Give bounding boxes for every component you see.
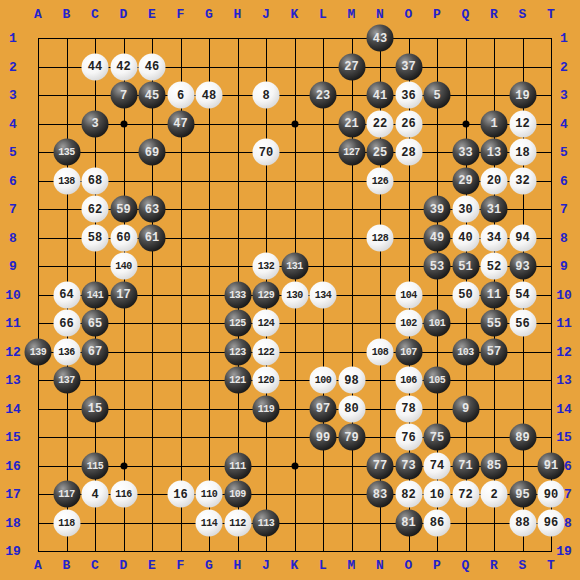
row-label-right-10: 10 [556, 288, 572, 301]
col-label-bottom-O: O [405, 559, 413, 572]
row-label-right-12: 12 [556, 345, 572, 358]
stone-black-133: 133 [224, 281, 251, 308]
stone-white-30: 30 [452, 196, 479, 223]
stone-white-118: 118 [53, 509, 80, 536]
stone-white-134: 134 [310, 281, 337, 308]
stone-black-91: 91 [538, 452, 565, 479]
row-label-right-4: 4 [560, 117, 568, 130]
row-label-right-9: 9 [560, 260, 568, 273]
col-label-top-C: C [91, 8, 99, 21]
stone-black-107: 107 [395, 338, 422, 365]
stone-white-4: 4 [82, 481, 109, 508]
stone-white-88: 88 [509, 509, 536, 536]
star-point-K4 [291, 120, 298, 127]
col-label-top-P: P [433, 8, 441, 21]
row-label-left-17: 17 [5, 488, 21, 501]
stone-white-98: 98 [338, 367, 365, 394]
stone-black-121: 121 [224, 367, 251, 394]
col-label-bottom-K: K [291, 559, 299, 572]
col-label-top-R: R [490, 8, 498, 21]
stone-white-12: 12 [509, 110, 536, 137]
stone-white-104: 104 [395, 281, 422, 308]
stone-white-34: 34 [481, 224, 508, 251]
stone-black-73: 73 [395, 452, 422, 479]
stone-black-75: 75 [424, 424, 451, 451]
stone-white-44: 44 [82, 53, 109, 80]
stone-black-71: 71 [452, 452, 479, 479]
col-label-bottom-M: M [348, 559, 356, 572]
row-label-left-3: 3 [9, 89, 17, 102]
col-label-top-L: L [319, 8, 327, 21]
stone-black-9: 9 [452, 395, 479, 422]
stone-black-61: 61 [139, 224, 166, 251]
stone-white-60: 60 [110, 224, 137, 251]
row-label-right-13: 13 [556, 374, 572, 387]
stone-white-36: 36 [395, 82, 422, 109]
stone-white-78: 78 [395, 395, 422, 422]
stone-black-55: 55 [481, 310, 508, 337]
stone-black-115: 115 [82, 452, 109, 479]
row-label-right-3: 3 [560, 89, 568, 102]
stone-black-23: 23 [310, 82, 337, 109]
stone-black-131: 131 [281, 253, 308, 280]
star-point-D4 [120, 120, 127, 127]
row-label-left-10: 10 [5, 288, 21, 301]
row-label-right-15: 15 [556, 431, 572, 444]
stone-white-48: 48 [196, 82, 223, 109]
col-label-bottom-P: P [433, 559, 441, 572]
row-label-left-5: 5 [9, 146, 17, 159]
stone-black-57: 57 [481, 338, 508, 365]
row-label-right-11: 11 [556, 317, 572, 330]
stone-black-33: 33 [452, 139, 479, 166]
stone-black-99: 99 [310, 424, 337, 451]
col-label-top-M: M [348, 8, 356, 21]
stone-black-47: 47 [167, 110, 194, 137]
stone-white-20: 20 [481, 167, 508, 194]
stone-black-49: 49 [424, 224, 451, 251]
row-label-left-2: 2 [9, 60, 17, 73]
stone-black-111: 111 [224, 452, 251, 479]
stone-white-46: 46 [139, 53, 166, 80]
col-label-bottom-R: R [490, 559, 498, 572]
stone-white-26: 26 [395, 110, 422, 137]
stone-white-82: 82 [395, 481, 422, 508]
grid-line-horizontal [38, 380, 552, 381]
stone-black-137: 137 [53, 367, 80, 394]
row-label-left-7: 7 [9, 203, 17, 216]
stone-white-116: 116 [110, 481, 137, 508]
stone-white-16: 16 [167, 481, 194, 508]
col-label-top-T: T [547, 8, 555, 21]
stone-black-105: 105 [424, 367, 451, 394]
stone-black-95: 95 [509, 481, 536, 508]
col-label-top-A: A [34, 8, 42, 21]
grid-line-horizontal [38, 551, 552, 552]
stone-white-96: 96 [538, 509, 565, 536]
stone-black-13: 13 [481, 139, 508, 166]
col-label-bottom-E: E [148, 559, 156, 572]
stone-black-97: 97 [310, 395, 337, 422]
row-label-left-19: 19 [5, 545, 21, 558]
grid-line-horizontal [38, 437, 552, 438]
stone-black-11: 11 [481, 281, 508, 308]
stone-white-110: 110 [196, 481, 223, 508]
stone-white-62: 62 [82, 196, 109, 223]
stone-white-140: 140 [110, 253, 137, 280]
col-label-bottom-J: J [262, 559, 270, 572]
stone-black-41: 41 [367, 82, 394, 109]
col-label-bottom-H: H [234, 559, 242, 572]
grid-line-horizontal [38, 523, 552, 524]
stone-white-100: 100 [310, 367, 337, 394]
star-point-K16 [291, 462, 298, 469]
stone-black-27: 27 [338, 53, 365, 80]
col-label-top-B: B [63, 8, 71, 21]
stone-white-22: 22 [367, 110, 394, 137]
stone-white-64: 64 [53, 281, 80, 308]
stone-black-109: 109 [224, 481, 251, 508]
row-label-left-4: 4 [9, 117, 17, 130]
col-label-bottom-G: G [205, 559, 213, 572]
stone-black-59: 59 [110, 196, 137, 223]
stone-white-120: 120 [253, 367, 280, 394]
col-label-bottom-T: T [547, 559, 555, 572]
col-label-bottom-N: N [376, 559, 384, 572]
row-label-right-2: 2 [560, 60, 568, 73]
col-label-top-Q: Q [462, 8, 470, 21]
star-point-Q4 [462, 120, 469, 127]
stone-white-68: 68 [82, 167, 109, 194]
row-label-left-18: 18 [5, 516, 21, 529]
col-label-top-G: G [205, 8, 213, 21]
row-label-left-6: 6 [9, 174, 17, 187]
stone-black-127: 127 [338, 139, 365, 166]
stone-black-101: 101 [424, 310, 451, 337]
col-label-top-S: S [519, 8, 527, 21]
stone-black-65: 65 [82, 310, 109, 337]
stone-black-79: 79 [338, 424, 365, 451]
stone-black-83: 83 [367, 481, 394, 508]
stone-white-28: 28 [395, 139, 422, 166]
stone-black-39: 39 [424, 196, 451, 223]
stone-black-17: 17 [110, 281, 137, 308]
stone-white-124: 124 [253, 310, 280, 337]
col-label-top-H: H [234, 8, 242, 21]
stone-white-42: 42 [110, 53, 137, 80]
stone-black-135: 135 [53, 139, 80, 166]
stone-white-72: 72 [452, 481, 479, 508]
stone-black-93: 93 [509, 253, 536, 280]
stone-white-50: 50 [452, 281, 479, 308]
row-label-left-14: 14 [5, 402, 21, 415]
stone-white-102: 102 [395, 310, 422, 337]
stone-black-53: 53 [424, 253, 451, 280]
stone-black-43: 43 [367, 25, 394, 52]
row-label-left-13: 13 [5, 374, 21, 387]
row-label-left-9: 9 [9, 260, 17, 273]
col-label-bottom-S: S [519, 559, 527, 572]
col-label-bottom-B: B [63, 559, 71, 572]
stone-black-89: 89 [509, 424, 536, 451]
stone-white-94: 94 [509, 224, 536, 251]
stone-white-128: 128 [367, 224, 394, 251]
row-label-left-12: 12 [5, 345, 21, 358]
stone-black-29: 29 [452, 167, 479, 194]
stone-black-123: 123 [224, 338, 251, 365]
stone-white-54: 54 [509, 281, 536, 308]
col-label-top-K: K [291, 8, 299, 21]
col-label-bottom-Q: Q [462, 559, 470, 572]
col-label-top-D: D [120, 8, 128, 21]
stone-black-25: 25 [367, 139, 394, 166]
stone-black-125: 125 [224, 310, 251, 337]
row-label-left-11: 11 [5, 317, 21, 330]
stone-black-103: 103 [452, 338, 479, 365]
stone-white-58: 58 [82, 224, 109, 251]
col-label-bottom-D: D [120, 559, 128, 572]
stone-white-130: 130 [281, 281, 308, 308]
col-label-top-J: J [262, 8, 270, 21]
stone-white-90: 90 [538, 481, 565, 508]
stone-white-8: 8 [253, 82, 280, 109]
stone-white-66: 66 [53, 310, 80, 337]
stone-black-1: 1 [481, 110, 508, 137]
row-label-right-6: 6 [560, 174, 568, 187]
stone-black-85: 85 [481, 452, 508, 479]
stone-black-19: 19 [509, 82, 536, 109]
stone-black-69: 69 [139, 139, 166, 166]
row-label-right-1: 1 [560, 32, 568, 45]
row-label-left-16: 16 [5, 459, 21, 472]
stone-black-119: 119 [253, 395, 280, 422]
stone-black-67: 67 [82, 338, 109, 365]
row-label-right-5: 5 [560, 146, 568, 159]
col-label-bottom-C: C [91, 559, 99, 572]
stone-white-86: 86 [424, 509, 451, 536]
stone-black-3: 3 [82, 110, 109, 137]
stone-black-113: 113 [253, 509, 280, 536]
col-label-bottom-A: A [34, 559, 42, 572]
stone-white-132: 132 [253, 253, 280, 280]
stone-white-122: 122 [253, 338, 280, 365]
stone-white-136: 136 [53, 338, 80, 365]
stone-white-106: 106 [395, 367, 422, 394]
stone-black-63: 63 [139, 196, 166, 223]
row-label-left-1: 1 [9, 32, 17, 45]
stone-black-51: 51 [452, 253, 479, 280]
stone-black-31: 31 [481, 196, 508, 223]
stone-black-141: 141 [82, 281, 109, 308]
row-label-left-8: 8 [9, 231, 17, 244]
stone-black-21: 21 [338, 110, 365, 137]
col-label-top-F: F [177, 8, 185, 21]
stone-white-56: 56 [509, 310, 536, 337]
col-label-top-O: O [405, 8, 413, 21]
stone-white-40: 40 [452, 224, 479, 251]
col-label-bottom-L: L [319, 559, 327, 572]
row-label-right-14: 14 [556, 402, 572, 415]
stone-white-52: 52 [481, 253, 508, 280]
stone-white-2: 2 [481, 481, 508, 508]
grid-line-horizontal [38, 323, 552, 324]
stone-white-74: 74 [424, 452, 451, 479]
stone-white-80: 80 [338, 395, 365, 422]
stone-white-10: 10 [424, 481, 451, 508]
stone-white-6: 6 [167, 82, 194, 109]
stone-white-114: 114 [196, 509, 223, 536]
stone-black-5: 5 [424, 82, 451, 109]
stone-black-129: 129 [253, 281, 280, 308]
stone-black-7: 7 [110, 82, 137, 109]
row-label-left-15: 15 [5, 431, 21, 444]
stone-black-15: 15 [82, 395, 109, 422]
stone-black-45: 45 [139, 82, 166, 109]
go-board: AABBCCDDEEFFGGHHJJKKLLMMNNOOPPQQRRSSTT11… [0, 0, 580, 580]
stone-white-32: 32 [509, 167, 536, 194]
stone-black-139: 139 [25, 338, 52, 365]
col-label-bottom-F: F [177, 559, 185, 572]
row-label-right-8: 8 [560, 231, 568, 244]
stone-white-18: 18 [509, 139, 536, 166]
stone-white-108: 108 [367, 338, 394, 365]
stone-white-70: 70 [253, 139, 280, 166]
stone-black-37: 37 [395, 53, 422, 80]
stone-white-112: 112 [224, 509, 251, 536]
row-label-right-7: 7 [560, 203, 568, 216]
stone-black-81: 81 [395, 509, 422, 536]
stone-white-138: 138 [53, 167, 80, 194]
stone-black-77: 77 [367, 452, 394, 479]
col-label-top-E: E [148, 8, 156, 21]
stone-black-117: 117 [53, 481, 80, 508]
star-point-D16 [120, 462, 127, 469]
row-label-right-19: 19 [556, 545, 572, 558]
stone-white-76: 76 [395, 424, 422, 451]
col-label-top-N: N [376, 8, 384, 21]
stone-white-126: 126 [367, 167, 394, 194]
